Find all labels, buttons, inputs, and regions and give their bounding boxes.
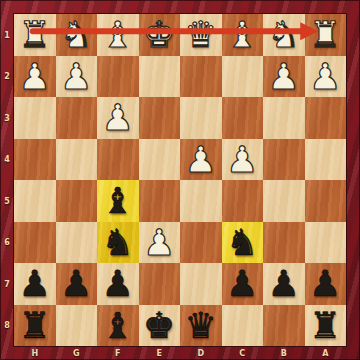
square-b2[interactable]: ♟ — [263, 56, 305, 98]
square-h3[interactable] — [14, 97, 56, 139]
square-a3[interactable] — [305, 97, 347, 139]
rank-label-1: 1 — [4, 30, 10, 39]
square-g3[interactable] — [56, 97, 98, 139]
square-h7[interactable]: ♟ — [14, 263, 56, 305]
piece-wP-g2[interactable]: ♟ — [56, 56, 98, 98]
file-label-E: E — [157, 349, 162, 358]
rank-label-8: 8 — [4, 321, 10, 330]
square-c1[interactable]: ♝ — [222, 14, 264, 56]
piece-wK-e1[interactable]: ♚ — [139, 14, 181, 56]
square-g4[interactable] — [56, 139, 98, 181]
square-h5[interactable] — [14, 180, 56, 222]
piece-bP-c7[interactable]: ♟ — [222, 263, 264, 305]
square-c2[interactable] — [222, 56, 264, 98]
square-b7[interactable]: ♟ — [263, 263, 305, 305]
rank-label-4: 4 — [4, 155, 10, 164]
square-g2[interactable]: ♟ — [56, 56, 98, 98]
piece-wB-c1[interactable]: ♝ — [222, 14, 264, 56]
square-a5[interactable] — [305, 180, 347, 222]
square-a7[interactable]: ♟ — [305, 263, 347, 305]
piece-wP-a2[interactable]: ♟ — [305, 56, 347, 98]
square-c5[interactable] — [222, 180, 264, 222]
square-a6[interactable] — [305, 222, 347, 264]
square-f7[interactable]: ♟ — [97, 263, 139, 305]
rank-label-7: 7 — [4, 279, 10, 288]
square-c8[interactable] — [222, 305, 264, 347]
piece-wQ-d1[interactable]: ♛ — [180, 14, 222, 56]
square-b4[interactable] — [263, 139, 305, 181]
square-d3[interactable] — [180, 97, 222, 139]
square-b6[interactable] — [263, 222, 305, 264]
file-label-B: B — [281, 349, 287, 358]
piece-bN-f6[interactable]: ♞ — [97, 222, 139, 264]
piece-bQ-d8[interactable]: ♛ — [180, 305, 222, 347]
square-a4[interactable] — [305, 139, 347, 181]
rank-label-6: 6 — [4, 238, 10, 247]
square-h2[interactable]: ♟ — [14, 56, 56, 98]
square-h4[interactable] — [14, 139, 56, 181]
piece-bB-f5[interactable]: ♝ — [97, 180, 139, 222]
piece-wP-f3[interactable]: ♟ — [97, 97, 139, 139]
square-b5[interactable] — [263, 180, 305, 222]
square-d5[interactable] — [180, 180, 222, 222]
file-label-H: H — [31, 349, 38, 358]
piece-wP-b2[interactable]: ♟ — [263, 56, 305, 98]
square-c7[interactable]: ♟ — [222, 263, 264, 305]
piece-wP-d4[interactable]: ♟ — [180, 139, 222, 181]
piece-wP-h2[interactable]: ♟ — [14, 56, 56, 98]
square-f4[interactable] — [97, 139, 139, 181]
piece-bN-c6[interactable]: ♞ — [222, 222, 264, 264]
square-h8[interactable]: ♜ — [14, 305, 56, 347]
square-a8[interactable]: ♜ — [305, 305, 347, 347]
square-g5[interactable] — [56, 180, 98, 222]
square-a2[interactable]: ♟ — [305, 56, 347, 98]
chess-board: ♜♞♝♚♛♝♞♜♟♟♟♟♟♟♟♝♞♟♞♟♟♟♟♟♟♜♝♚♛♜ — [14, 14, 346, 346]
square-g8[interactable] — [56, 305, 98, 347]
square-b1[interactable]: ♞ — [263, 14, 305, 56]
piece-wN-g1[interactable]: ♞ — [56, 14, 98, 56]
square-e8[interactable]: ♚ — [139, 305, 181, 347]
file-label-F: F — [115, 349, 120, 358]
square-b8[interactable] — [263, 305, 305, 347]
piece-bP-g7[interactable]: ♟ — [56, 263, 98, 305]
piece-wR-h1[interactable]: ♜ — [14, 14, 56, 56]
piece-wR-a1[interactable]: ♜ — [305, 14, 347, 56]
rank-label-5: 5 — [4, 196, 10, 205]
square-e6[interactable]: ♟ — [139, 222, 181, 264]
piece-bR-a8[interactable]: ♜ — [305, 305, 347, 347]
file-label-G: G — [73, 349, 80, 358]
square-g6[interactable] — [56, 222, 98, 264]
file-label-A: A — [322, 349, 328, 358]
square-f6[interactable]: ♞ — [97, 222, 139, 264]
square-e7[interactable] — [139, 263, 181, 305]
piece-wP-c4[interactable]: ♟ — [222, 139, 264, 181]
square-h1[interactable]: ♜ — [14, 14, 56, 56]
piece-bP-b7[interactable]: ♟ — [263, 263, 305, 305]
piece-bB-f8[interactable]: ♝ — [97, 305, 139, 347]
piece-bR-h8[interactable]: ♜ — [14, 305, 56, 347]
file-label-C: C — [239, 349, 245, 358]
piece-bP-h7[interactable]: ♟ — [14, 263, 56, 305]
piece-bK-e8[interactable]: ♚ — [139, 305, 181, 347]
square-d8[interactable]: ♛ — [180, 305, 222, 347]
piece-bP-f7[interactable]: ♟ — [97, 263, 139, 305]
square-e1[interactable]: ♚ — [139, 14, 181, 56]
square-c4[interactable]: ♟ — [222, 139, 264, 181]
square-d1[interactable]: ♛ — [180, 14, 222, 56]
square-f2[interactable] — [97, 56, 139, 98]
square-e4[interactable] — [139, 139, 181, 181]
file-label-D: D — [197, 349, 204, 358]
rank-label-2: 2 — [4, 72, 10, 81]
board-frame: ♜♞♝♚♛♝♞♜♟♟♟♟♟♟♟♝♞♟♞♟♟♟♟♟♟♜♝♚♛♜ 12345678H… — [0, 0, 360, 360]
piece-bP-a7[interactable]: ♟ — [305, 263, 347, 305]
square-e3[interactable] — [139, 97, 181, 139]
square-c3[interactable] — [222, 97, 264, 139]
square-f1[interactable]: ♝ — [97, 14, 139, 56]
square-e2[interactable] — [139, 56, 181, 98]
square-g7[interactable]: ♟ — [56, 263, 98, 305]
rank-label-3: 3 — [4, 113, 10, 122]
square-d7[interactable] — [180, 263, 222, 305]
square-a1[interactable]: ♜ — [305, 14, 347, 56]
square-d2[interactable] — [180, 56, 222, 98]
square-h6[interactable] — [14, 222, 56, 264]
square-f8[interactable]: ♝ — [97, 305, 139, 347]
piece-wN-b1[interactable]: ♞ — [263, 14, 305, 56]
piece-wB-f1[interactable]: ♝ — [97, 14, 139, 56]
square-f3[interactable]: ♟ — [97, 97, 139, 139]
square-b3[interactable] — [263, 97, 305, 139]
square-d4[interactable]: ♟ — [180, 139, 222, 181]
square-c6[interactable]: ♞ — [222, 222, 264, 264]
square-f5[interactable]: ♝ — [97, 180, 139, 222]
square-e5[interactable] — [139, 180, 181, 222]
square-d6[interactable] — [180, 222, 222, 264]
square-g1[interactable]: ♞ — [56, 14, 98, 56]
piece-wP-e6[interactable]: ♟ — [139, 222, 181, 264]
